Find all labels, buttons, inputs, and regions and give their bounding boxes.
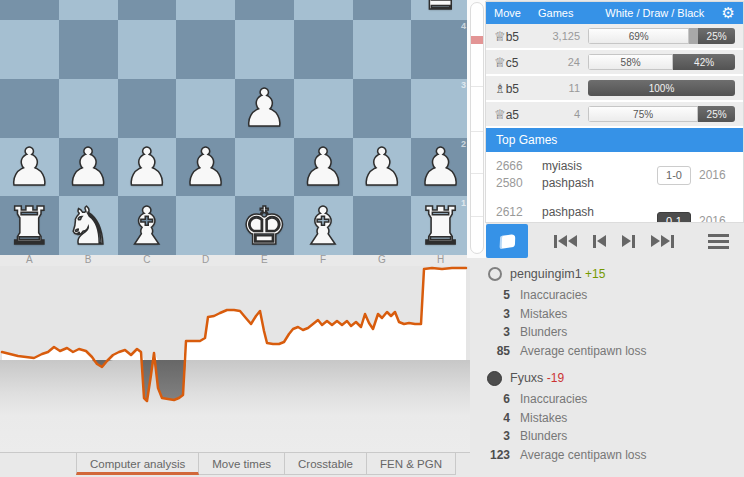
white-rook-h1[interactable]: ♜ xyxy=(417,200,464,252)
previous-move-button[interactable] xyxy=(593,233,606,249)
square-f5[interactable] xyxy=(294,0,353,20)
book-icon xyxy=(499,234,515,249)
result-badge: 1-0 xyxy=(657,166,691,185)
file-label-f: F xyxy=(294,254,353,266)
file-label-e: E xyxy=(235,254,294,266)
stat-value: 6 xyxy=(486,392,510,406)
square-g2[interactable]: ♟ xyxy=(353,138,412,197)
analysis-controls xyxy=(486,224,743,258)
white-player-summary: penguingim1 +155Inaccuracies3Mistakes3Bl… xyxy=(486,264,738,360)
stat-value: 3 xyxy=(486,429,510,443)
explorer-header: Move Games White / Draw / Black ⚙ xyxy=(486,2,743,24)
square-b5[interactable] xyxy=(59,0,118,20)
square-c3[interactable] xyxy=(118,79,177,138)
square-c2[interactable]: ♟ xyxy=(118,138,177,197)
white-king-e1[interactable]: ♚ xyxy=(241,200,288,252)
opening-explorer-panel: Move Games White / Draw / Black ⚙ ♕b53,1… xyxy=(486,2,743,222)
black-share: 25% xyxy=(698,106,735,122)
tab-crosstable[interactable]: Crosstable xyxy=(285,452,367,475)
top-games-header: Top Games xyxy=(486,128,743,152)
menu-icon[interactable] xyxy=(708,234,729,249)
games-count: 3,125 xyxy=(538,30,588,42)
tab-move-times[interactable]: Move times xyxy=(199,452,285,475)
games-count: 11 xyxy=(538,82,588,94)
white-pawn-f2[interactable]: ♟ xyxy=(300,141,347,193)
square-b2[interactable]: ♟ xyxy=(59,138,118,197)
move-list-scroll-area xyxy=(467,0,486,258)
square-d2[interactable]: ♟ xyxy=(176,138,235,197)
square-c1[interactable]: ♝ xyxy=(118,196,177,255)
white-player-icon xyxy=(488,267,502,281)
player-name[interactable]: Fyuxs -19 xyxy=(510,371,564,385)
square-f3[interactable] xyxy=(294,79,353,138)
white-pawn-c2[interactable]: ♟ xyxy=(124,141,171,193)
analysis-summary: penguingim1 +155Inaccuracies3Mistakes3Bl… xyxy=(486,264,738,464)
square-g3[interactable] xyxy=(353,79,412,138)
games-count: 24 xyxy=(538,56,588,68)
scroll-divider xyxy=(471,173,483,174)
explorer-row-b5[interactable]: ♕b53,12569%25% xyxy=(486,24,743,50)
square-c4[interactable] xyxy=(118,20,177,79)
square-a2[interactable]: ♟ xyxy=(0,138,59,197)
stat-row: 3Blunders xyxy=(486,323,738,342)
black-share: 42% xyxy=(673,54,735,70)
next-move-button[interactable] xyxy=(622,233,635,249)
rank-label-2: 2 xyxy=(461,139,466,149)
square-e2[interactable] xyxy=(235,138,294,197)
stat-row: 123Average centipawn loss xyxy=(486,446,738,465)
explorer-row-a5[interactable]: ♕a5475%25% xyxy=(486,102,743,128)
square-b1[interactable]: ♞ xyxy=(59,196,118,255)
white-queen-h5[interactable]: ♛ xyxy=(417,0,464,17)
explorer-move-rows: ♕b53,12569%25%♕c52458%42%♗b511100%♕a5475… xyxy=(486,24,743,128)
stat-value: 4 xyxy=(486,411,510,425)
rank-label-4: 4 xyxy=(461,21,466,31)
square-b4[interactable] xyxy=(59,20,118,79)
chess-board: ♛♟♟♟♟♟♟♟♟♜♞♝♚♝♜ 4321 xyxy=(0,0,470,255)
move-navigation xyxy=(554,233,674,249)
square-c5[interactable] xyxy=(118,0,177,20)
stat-row: 4Mistakes xyxy=(486,409,738,428)
square-a4[interactable] xyxy=(0,20,59,79)
games-count: 4 xyxy=(538,108,588,120)
result-bar: 75%25% xyxy=(588,106,735,122)
stat-label: Inaccuracies xyxy=(520,392,587,406)
black-share: 25% xyxy=(698,28,735,44)
tab-fen-pgn[interactable]: FEN & PGN xyxy=(367,452,456,475)
file-label-h: H xyxy=(411,254,470,266)
stat-value: 3 xyxy=(486,325,510,339)
stat-row: 5Inaccuracies xyxy=(486,286,738,305)
board-grid: ♛♟♟♟♟♟♟♟♟♜♞♝♚♝♜ xyxy=(0,0,470,255)
file-label-b: B xyxy=(59,254,118,266)
top-games-title: Top Games xyxy=(496,133,557,147)
white-pawn-h2[interactable]: ♟ xyxy=(417,141,464,193)
game-year: 2016 xyxy=(699,168,735,182)
white-pawn-g2[interactable]: ♟ xyxy=(359,141,406,193)
explorer-row-c5[interactable]: ♕c52458%42% xyxy=(486,50,743,76)
top-game-row[interactable]: 26662580myiasispashpash1-02016 xyxy=(486,152,743,198)
first-move-button[interactable] xyxy=(554,233,577,249)
stat-row: 3Blunders xyxy=(486,427,738,446)
file-coordinates: ABCDEFGH xyxy=(0,254,470,266)
black-player-summary: Fyuxs -196Inaccuracies4Mistakes3Blunders… xyxy=(486,368,738,464)
stat-row: 3Mistakes xyxy=(486,305,738,324)
stat-label: Mistakes xyxy=(520,411,567,425)
column-header-move: Move xyxy=(494,7,538,19)
rating-delta: +15 xyxy=(585,267,605,281)
white-pawn-e3[interactable]: ♟ xyxy=(241,82,288,134)
game-year: 2016 xyxy=(699,214,735,222)
file-label-c: C xyxy=(118,254,177,266)
white-pawn-a2[interactable]: ♟ xyxy=(6,141,53,193)
square-f1[interactable]: ♝ xyxy=(294,196,353,255)
stat-label: Mistakes xyxy=(520,307,567,321)
opening-explorer-toggle-button[interactable] xyxy=(486,224,528,258)
white-pawn-d2[interactable]: ♟ xyxy=(182,141,229,193)
square-f4[interactable] xyxy=(294,20,353,79)
top-game-row[interactable]: 26122614pashpashTheAtomicDarkSide0-12016 xyxy=(486,198,743,222)
column-header-result: White / Draw / Black xyxy=(588,7,722,19)
piece-glyph-icon: ♕ xyxy=(494,107,506,122)
player-name[interactable]: penguingim1 +15 xyxy=(510,267,605,281)
square-g1[interactable] xyxy=(353,196,412,255)
column-header-games: Games xyxy=(538,7,588,19)
player-ratings: 26122614 xyxy=(496,204,534,222)
stat-label: Blunders xyxy=(520,325,567,339)
tab-computer-analysis[interactable]: Computer analysis xyxy=(76,452,199,475)
rating-delta: -19 xyxy=(547,371,564,385)
white-share: 69% xyxy=(588,28,689,44)
stat-value: 3 xyxy=(486,307,510,321)
piece-glyph-icon: ♗ xyxy=(494,81,506,96)
gear-icon[interactable]: ⚙ xyxy=(722,6,735,21)
white-knight-b1[interactable]: ♞ xyxy=(65,200,112,252)
square-e3[interactable]: ♟ xyxy=(235,79,294,138)
square-e4[interactable] xyxy=(235,20,294,79)
scroll-divider xyxy=(471,216,483,217)
player-names: myiasispashpash xyxy=(542,158,649,192)
rank-label-3: 3 xyxy=(461,80,466,90)
file-label-a: A xyxy=(0,254,59,266)
file-label-d: D xyxy=(176,254,235,266)
piece-glyph-icon: ♕ xyxy=(494,29,506,44)
move-label: ♗b5 xyxy=(494,81,538,96)
draw-share xyxy=(689,28,698,44)
result-bar: 58%42% xyxy=(588,54,735,70)
square-a1[interactable]: ♜ xyxy=(0,196,59,255)
white-rook-a1[interactable]: ♜ xyxy=(6,200,53,252)
stat-value: 123 xyxy=(486,448,510,462)
square-d1[interactable] xyxy=(176,196,235,255)
player-ratings: 26662580 xyxy=(496,158,534,192)
square-e1[interactable]: ♚ xyxy=(235,196,294,255)
white-pawn-b2[interactable]: ♟ xyxy=(65,141,112,193)
stat-label: Average centipawn loss xyxy=(520,344,647,358)
analysis-tabs: Computer analysisMove timesCrosstableFEN… xyxy=(0,452,470,475)
square-g5[interactable] xyxy=(353,0,412,20)
player-names: pashpashTheAtomicDarkSide xyxy=(542,204,649,222)
square-b3[interactable] xyxy=(59,79,118,138)
square-d5[interactable] xyxy=(176,0,235,20)
square-g4[interactable] xyxy=(353,20,412,79)
move-label: ♕b5 xyxy=(494,29,538,44)
white-share: 75% xyxy=(588,106,698,122)
square-h5[interactable]: ♛ xyxy=(411,0,470,20)
stat-value: 85 xyxy=(486,344,510,358)
advantage-chart[interactable] xyxy=(0,266,470,452)
stat-value: 5 xyxy=(486,288,510,302)
result-bar: 69%25% xyxy=(588,28,735,44)
white-bishop-c1[interactable]: ♝ xyxy=(124,200,171,252)
result-badge: 0-1 xyxy=(657,212,691,223)
scroll-divider xyxy=(471,86,483,87)
square-a3[interactable] xyxy=(0,79,59,138)
square-e5[interactable] xyxy=(235,0,294,20)
square-d4[interactable] xyxy=(176,20,235,79)
move-list-scrollbar[interactable] xyxy=(470,2,484,254)
stat-row: 85Average centipawn loss xyxy=(486,342,738,361)
explorer-row-b5[interactable]: ♗b511100% xyxy=(486,76,743,102)
top-games-list: 26662580myiasispashpash1-0201626122614pa… xyxy=(486,152,743,222)
white-bishop-f1[interactable]: ♝ xyxy=(300,200,347,252)
rank-label-1: 1 xyxy=(461,198,466,208)
stat-row: 6Inaccuracies xyxy=(486,390,738,409)
piece-glyph-icon: ♕ xyxy=(494,55,506,70)
stat-label: Blunders xyxy=(520,429,567,443)
result-bar: 100% xyxy=(588,80,735,96)
white-share: 58% xyxy=(588,54,673,70)
scroll-divider xyxy=(471,131,483,132)
black-player-icon xyxy=(487,371,502,386)
square-a5[interactable] xyxy=(0,0,59,20)
move-label: ♕a5 xyxy=(494,107,538,122)
move-label: ♕c5 xyxy=(494,55,538,70)
square-f2[interactable]: ♟ xyxy=(294,138,353,197)
stat-label: Inaccuracies xyxy=(520,288,587,302)
square-d3[interactable] xyxy=(176,79,235,138)
blunder-marker xyxy=(471,36,483,44)
stat-label: Average centipawn loss xyxy=(520,448,647,462)
file-label-g: G xyxy=(353,254,412,266)
black-share: 100% xyxy=(588,80,735,96)
last-move-button[interactable] xyxy=(651,233,674,249)
